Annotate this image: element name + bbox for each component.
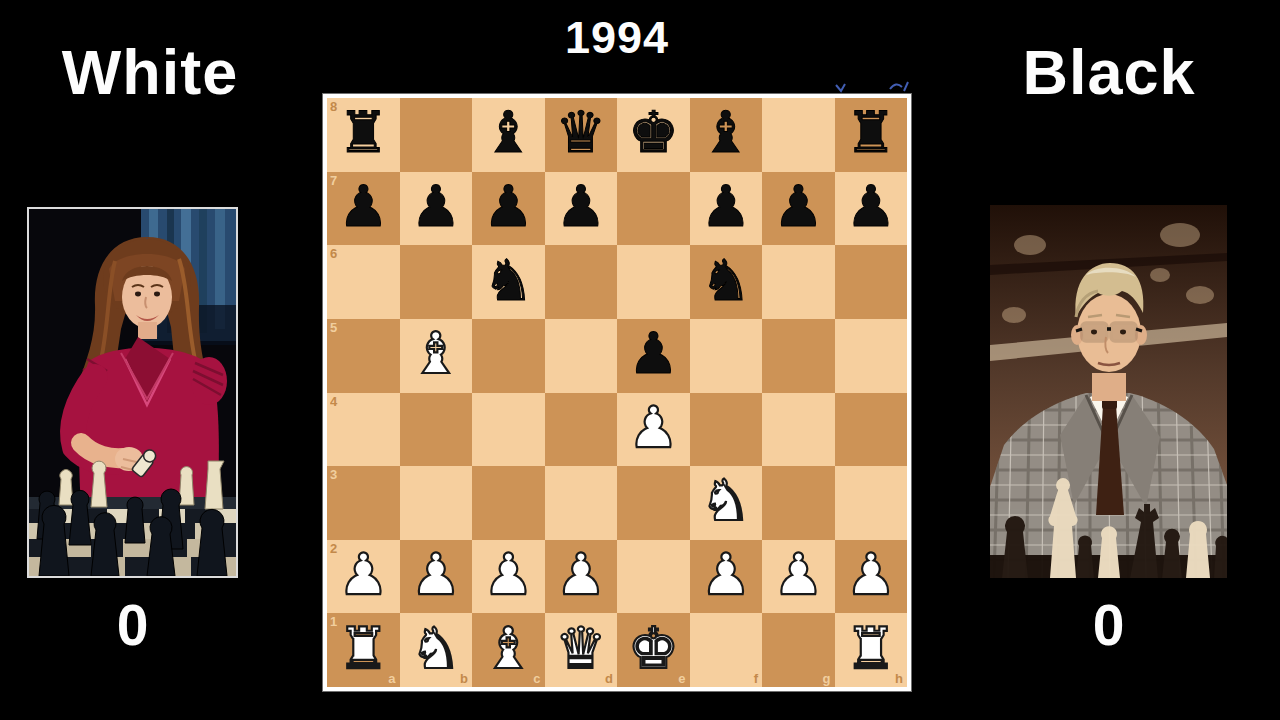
- square-d5[interactable]: [545, 319, 618, 393]
- rank-label-2: 2: [330, 542, 337, 555]
- square-b6[interactable]: [400, 245, 473, 319]
- square-e5[interactable]: ♟: [617, 319, 690, 393]
- square-g2[interactable]: ♟: [762, 540, 835, 614]
- square-e6[interactable]: [617, 245, 690, 319]
- square-g5[interactable]: [762, 319, 835, 393]
- square-h3[interactable]: [835, 466, 908, 540]
- file-label-c: c: [533, 672, 540, 685]
- square-b1[interactable]: b♞: [400, 613, 473, 687]
- piece-white-pawn: ♟: [338, 546, 389, 603]
- square-h6[interactable]: [835, 245, 908, 319]
- square-c1[interactable]: c♝: [472, 613, 545, 687]
- square-d8[interactable]: ♛: [545, 98, 618, 172]
- piece-black-knight: ♞: [483, 252, 534, 309]
- piece-black-queen: ♛: [555, 104, 606, 161]
- rank-label-5: 5: [330, 321, 337, 334]
- black-score: 0: [990, 592, 1227, 658]
- square-b7[interactable]: ♟: [400, 172, 473, 246]
- square-h4[interactable]: [835, 393, 908, 467]
- white-score: 0: [27, 592, 238, 658]
- square-h1[interactable]: h♜: [835, 613, 908, 687]
- rank-label-1: 1: [330, 615, 337, 628]
- square-a6[interactable]: 6: [327, 245, 400, 319]
- square-f2[interactable]: ♟: [690, 540, 763, 614]
- square-e2[interactable]: [617, 540, 690, 614]
- chess-board: 8♜♝♛♚♝♜7♟♟♟♟♟♟♟6♞♞5♝♟4♟3♞2♟♟♟♟♟♟♟1a♜b♞c♝…: [327, 98, 907, 687]
- square-b8[interactable]: [400, 98, 473, 172]
- piece-white-knight: ♞: [410, 620, 461, 677]
- year-title: 1994: [322, 12, 912, 64]
- square-d7[interactable]: ♟: [545, 172, 618, 246]
- piece-black-knight: ♞: [700, 252, 751, 309]
- piece-black-pawn: ♟: [555, 178, 606, 235]
- square-d6[interactable]: [545, 245, 618, 319]
- square-e8[interactable]: ♚: [617, 98, 690, 172]
- black-player-label: Black: [975, 36, 1243, 108]
- black-player-photo: [990, 205, 1227, 578]
- piece-black-pawn: ♟: [410, 178, 461, 235]
- square-e1[interactable]: e♚: [617, 613, 690, 687]
- square-c8[interactable]: ♝: [472, 98, 545, 172]
- piece-white-pawn: ♟: [555, 546, 606, 603]
- square-h5[interactable]: [835, 319, 908, 393]
- square-a7[interactable]: 7♟: [327, 172, 400, 246]
- square-g3[interactable]: [762, 466, 835, 540]
- file-label-g: g: [823, 672, 831, 685]
- piece-white-pawn: ♟: [845, 546, 896, 603]
- piece-white-pawn: ♟: [628, 399, 679, 456]
- square-b4[interactable]: [400, 393, 473, 467]
- piece-black-pawn: ♟: [773, 178, 824, 235]
- square-d1[interactable]: d♛: [545, 613, 618, 687]
- piece-white-knight: ♞: [700, 472, 751, 529]
- square-g1[interactable]: g: [762, 613, 835, 687]
- piece-black-bishop: ♝: [700, 104, 751, 161]
- square-h7[interactable]: ♟: [835, 172, 908, 246]
- square-c4[interactable]: [472, 393, 545, 467]
- piece-white-bishop: ♝: [410, 325, 461, 382]
- rank-label-4: 4: [330, 395, 337, 408]
- video-frame: 1994 White Black: [0, 0, 1280, 720]
- piece-black-pawn: ♟: [483, 178, 534, 235]
- rank-label-3: 3: [330, 468, 337, 481]
- file-label-f: f: [754, 672, 758, 685]
- rank-label-6: 6: [330, 247, 337, 260]
- piece-black-rook: ♜: [338, 104, 389, 161]
- square-d2[interactable]: ♟: [545, 540, 618, 614]
- square-f3[interactable]: ♞: [690, 466, 763, 540]
- piece-white-pawn: ♟: [483, 546, 534, 603]
- square-c2[interactable]: ♟: [472, 540, 545, 614]
- rank-label-7: 7: [330, 174, 337, 187]
- square-a5[interactable]: 5: [327, 319, 400, 393]
- square-c5[interactable]: [472, 319, 545, 393]
- square-a8[interactable]: 8♜: [327, 98, 400, 172]
- square-b3[interactable]: [400, 466, 473, 540]
- square-g6[interactable]: [762, 245, 835, 319]
- file-label-a: a: [388, 672, 395, 685]
- square-c3[interactable]: [472, 466, 545, 540]
- white-player-portrait-art: [29, 209, 236, 576]
- square-e7[interactable]: [617, 172, 690, 246]
- piece-black-bishop: ♝: [483, 104, 534, 161]
- white-player-label: White: [10, 36, 290, 108]
- square-a1[interactable]: 1a♜: [327, 613, 400, 687]
- square-f7[interactable]: ♟: [690, 172, 763, 246]
- piece-black-pawn: ♟: [700, 178, 751, 235]
- square-a2[interactable]: 2♟: [327, 540, 400, 614]
- square-d3[interactable]: [545, 466, 618, 540]
- square-h2[interactable]: ♟: [835, 540, 908, 614]
- piece-white-pawn: ♟: [410, 546, 461, 603]
- piece-black-rook: ♜: [845, 104, 896, 161]
- file-label-e: e: [678, 672, 685, 685]
- white-player-photo: [27, 207, 238, 578]
- square-f1[interactable]: f: [690, 613, 763, 687]
- square-g8[interactable]: [762, 98, 835, 172]
- square-d4[interactable]: [545, 393, 618, 467]
- piece-white-pawn: ♟: [773, 546, 824, 603]
- piece-white-king: ♚: [628, 620, 679, 677]
- piece-black-pawn: ♟: [338, 178, 389, 235]
- piece-white-queen: ♛: [555, 620, 606, 677]
- piece-black-pawn: ♟: [628, 325, 679, 382]
- piece-black-king: ♚: [628, 104, 679, 161]
- square-b5[interactable]: ♝: [400, 319, 473, 393]
- piece-black-pawn: ♟: [845, 178, 896, 235]
- square-c6[interactable]: ♞: [472, 245, 545, 319]
- square-a3[interactable]: 3: [327, 466, 400, 540]
- piece-white-pawn: ♟: [700, 546, 751, 603]
- square-f5[interactable]: [690, 319, 763, 393]
- square-b2[interactable]: ♟: [400, 540, 473, 614]
- square-a4[interactable]: 4: [327, 393, 400, 467]
- black-player-portrait-art: [990, 205, 1227, 578]
- piece-white-rook: ♜: [338, 620, 389, 677]
- square-e4[interactable]: ♟: [617, 393, 690, 467]
- chess-board-frame: 8♜♝♛♚♝♜7♟♟♟♟♟♟♟6♞♞5♝♟4♟3♞2♟♟♟♟♟♟♟1a♜b♞c♝…: [322, 93, 912, 692]
- piece-white-bishop: ♝: [483, 620, 534, 677]
- square-g4[interactable]: [762, 393, 835, 467]
- square-f4[interactable]: [690, 393, 763, 467]
- square-c7[interactable]: ♟: [472, 172, 545, 246]
- square-f8[interactable]: ♝: [690, 98, 763, 172]
- square-f6[interactable]: ♞: [690, 245, 763, 319]
- square-h8[interactable]: ♜: [835, 98, 908, 172]
- square-g7[interactable]: ♟: [762, 172, 835, 246]
- rank-label-8: 8: [330, 100, 337, 113]
- piece-white-rook: ♜: [845, 620, 896, 677]
- square-e3[interactable]: [617, 466, 690, 540]
